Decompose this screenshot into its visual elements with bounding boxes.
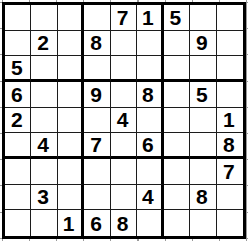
cell-r5c6[interactable] (137, 108, 163, 134)
cell-r2c6[interactable] (137, 31, 163, 57)
cell-r4c5[interactable] (111, 82, 137, 108)
cell-r7c5[interactable] (111, 159, 137, 185)
cell-r9c9[interactable] (217, 210, 243, 236)
cell-r1c3[interactable] (58, 5, 84, 31)
sudoku-puzzle: 7152895698524147687348168 (0, 0, 248, 241)
cell-r8c9[interactable] (217, 185, 243, 211)
cell-r9c6[interactable] (137, 210, 163, 236)
cell-r4c6[interactable]: 8 (137, 82, 163, 108)
sudoku-board: 7152895698524147687348168 (2, 2, 246, 239)
cell-r7c2[interactable] (31, 159, 57, 185)
cell-r4c3[interactable] (58, 82, 84, 108)
cell-r8c3[interactable] (58, 185, 84, 211)
cell-r1c4[interactable] (84, 5, 110, 31)
cell-r2c9[interactable] (217, 31, 243, 57)
cell-r6c8[interactable] (190, 133, 216, 159)
cell-r6c5[interactable] (111, 133, 137, 159)
cell-r3c5[interactable] (111, 56, 137, 82)
cell-r6c7[interactable] (164, 133, 190, 159)
cell-r6c3[interactable] (58, 133, 84, 159)
cell-r9c8[interactable] (190, 210, 216, 236)
cell-r2c3[interactable] (58, 31, 84, 57)
cell-r4c2[interactable] (31, 82, 57, 108)
cell-r1c8[interactable] (190, 5, 216, 31)
cell-r1c6[interactable]: 1 (137, 5, 163, 31)
cell-r6c2[interactable]: 4 (31, 133, 57, 159)
cell-r7c1[interactable] (5, 159, 31, 185)
cell-r6c6[interactable]: 6 (137, 133, 163, 159)
cell-r9c7[interactable] (164, 210, 190, 236)
cell-r8c1[interactable] (5, 185, 31, 211)
cell-r8c2[interactable]: 3 (31, 185, 57, 211)
cell-r1c9[interactable] (217, 5, 243, 31)
cell-r1c2[interactable] (31, 5, 57, 31)
cell-r5c5[interactable]: 4 (111, 108, 137, 134)
cell-r2c1[interactable] (5, 31, 31, 57)
cell-r5c3[interactable] (58, 108, 84, 134)
cell-r2c2[interactable]: 2 (31, 31, 57, 57)
cell-r7c7[interactable] (164, 159, 190, 185)
cell-r6c1[interactable] (5, 133, 31, 159)
cell-r2c8[interactable]: 9 (190, 31, 216, 57)
cell-r6c4[interactable]: 7 (84, 133, 110, 159)
cell-r1c7[interactable]: 5 (164, 5, 190, 31)
cell-r5c1[interactable]: 2 (5, 108, 31, 134)
cell-r3c1[interactable]: 5 (5, 56, 31, 82)
cell-r9c2[interactable] (31, 210, 57, 236)
cell-r3c6[interactable] (137, 56, 163, 82)
cell-r8c8[interactable]: 8 (190, 185, 216, 211)
cell-r3c3[interactable] (58, 56, 84, 82)
cell-r3c7[interactable] (164, 56, 190, 82)
cell-r8c5[interactable] (111, 185, 137, 211)
cell-r7c6[interactable] (137, 159, 163, 185)
cell-r1c1[interactable] (5, 5, 31, 31)
cell-r9c1[interactable] (5, 210, 31, 236)
cell-r2c4[interactable]: 8 (84, 31, 110, 57)
cell-r8c4[interactable] (84, 185, 110, 211)
cell-r4c7[interactable] (164, 82, 190, 108)
cell-r4c4[interactable]: 9 (84, 82, 110, 108)
cell-r7c3[interactable] (58, 159, 84, 185)
cell-r5c9[interactable]: 1 (217, 108, 243, 134)
cell-r3c8[interactable] (190, 56, 216, 82)
cell-r7c9[interactable]: 7 (217, 159, 243, 185)
cell-r6c9[interactable]: 8 (217, 133, 243, 159)
cell-r7c4[interactable] (84, 159, 110, 185)
cell-r5c8[interactable] (190, 108, 216, 134)
cell-r5c2[interactable] (31, 108, 57, 134)
cell-r2c7[interactable] (164, 31, 190, 57)
cell-r7c8[interactable] (190, 159, 216, 185)
cell-r9c4[interactable]: 6 (84, 210, 110, 236)
cell-r1c5[interactable]: 7 (111, 5, 137, 31)
cell-r4c1[interactable]: 6 (5, 82, 31, 108)
cell-r8c6[interactable]: 4 (137, 185, 163, 211)
cell-r4c8[interactable]: 5 (190, 82, 216, 108)
cell-r5c7[interactable] (164, 108, 190, 134)
cell-r3c4[interactable] (84, 56, 110, 82)
cell-r9c3[interactable]: 1 (58, 210, 84, 236)
cell-r9c5[interactable]: 8 (111, 210, 137, 236)
cell-r8c7[interactable] (164, 185, 190, 211)
cell-r5c4[interactable] (84, 108, 110, 134)
cell-r3c9[interactable] (217, 56, 243, 82)
cell-r4c9[interactable] (217, 82, 243, 108)
cell-r3c2[interactable] (31, 56, 57, 82)
cell-r2c5[interactable] (111, 31, 137, 57)
